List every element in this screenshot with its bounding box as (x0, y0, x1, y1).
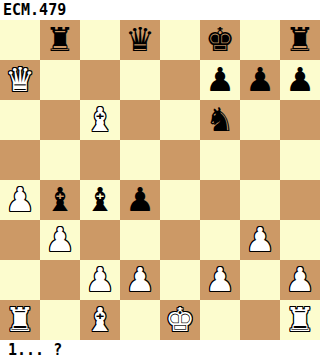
square-g4[interactable] (240, 180, 280, 220)
square-f3[interactable] (200, 220, 240, 260)
piece-white-rook: ♜ (5, 300, 35, 340)
square-e5[interactable] (160, 140, 200, 180)
square-c2[interactable]: ♟ (80, 260, 120, 300)
piece-white-bishop: ♝ (85, 100, 115, 140)
move-prompt: 1... ? (8, 341, 62, 359)
chess-board: ♜♛♚♜♛♟♟♟♝♞♟♝♝♟♟♟♟♟♟♟♜♝♚♜ (0, 20, 320, 340)
square-c8[interactable] (80, 20, 120, 60)
square-e6[interactable] (160, 100, 200, 140)
square-a3[interactable] (0, 220, 40, 260)
square-d3[interactable] (120, 220, 160, 260)
square-g2[interactable] (240, 260, 280, 300)
square-f5[interactable] (200, 140, 240, 180)
square-g5[interactable] (240, 140, 280, 180)
square-d7[interactable] (120, 60, 160, 100)
puzzle-title: ECM.479 (3, 1, 66, 19)
piece-white-bishop: ♝ (85, 300, 115, 340)
square-b6[interactable] (40, 100, 80, 140)
square-c1[interactable]: ♝ (80, 300, 120, 340)
square-e2[interactable] (160, 260, 200, 300)
piece-black-bishop: ♝ (45, 180, 75, 220)
square-a2[interactable] (0, 260, 40, 300)
piece-white-pawn: ♟ (285, 260, 315, 300)
square-d2[interactable]: ♟ (120, 260, 160, 300)
square-f4[interactable] (200, 180, 240, 220)
piece-black-pawn: ♟ (285, 60, 315, 100)
square-f2[interactable]: ♟ (200, 260, 240, 300)
square-b8[interactable]: ♜ (40, 20, 80, 60)
square-e8[interactable] (160, 20, 200, 60)
square-b7[interactable] (40, 60, 80, 100)
square-g3[interactable]: ♟ (240, 220, 280, 260)
square-h7[interactable]: ♟ (280, 60, 320, 100)
square-b2[interactable] (40, 260, 80, 300)
square-h6[interactable] (280, 100, 320, 140)
square-e3[interactable] (160, 220, 200, 260)
piece-black-pawn: ♟ (245, 60, 275, 100)
square-c3[interactable] (80, 220, 120, 260)
piece-white-queen: ♛ (5, 60, 35, 100)
piece-black-knight: ♞ (205, 100, 235, 140)
piece-black-pawn: ♟ (125, 180, 155, 220)
square-c4[interactable]: ♝ (80, 180, 120, 220)
square-h3[interactable] (280, 220, 320, 260)
piece-white-pawn: ♟ (45, 220, 75, 260)
piece-white-king: ♚ (165, 300, 195, 340)
square-c7[interactable] (80, 60, 120, 100)
square-b4[interactable]: ♝ (40, 180, 80, 220)
square-f6[interactable]: ♞ (200, 100, 240, 140)
square-a6[interactable] (0, 100, 40, 140)
square-a4[interactable]: ♟ (0, 180, 40, 220)
piece-white-pawn: ♟ (5, 180, 35, 220)
piece-white-pawn: ♟ (245, 220, 275, 260)
square-h5[interactable] (280, 140, 320, 180)
square-f7[interactable]: ♟ (200, 60, 240, 100)
square-h1[interactable]: ♜ (280, 300, 320, 340)
chess-program-window: ECM.479 ♜♛♚♜♛♟♟♟♝♞♟♝♝♟♟♟♟♟♟♟♜♝♚♜ 1... ? (0, 0, 320, 360)
piece-black-rook: ♜ (45, 20, 75, 60)
square-g8[interactable] (240, 20, 280, 60)
piece-black-queen: ♛ (125, 20, 155, 60)
piece-white-pawn: ♟ (125, 260, 155, 300)
square-e4[interactable] (160, 180, 200, 220)
square-d6[interactable] (120, 100, 160, 140)
piece-black-rook: ♜ (285, 20, 315, 60)
square-g6[interactable] (240, 100, 280, 140)
square-d8[interactable]: ♛ (120, 20, 160, 60)
square-d5[interactable] (120, 140, 160, 180)
square-a7[interactable]: ♛ (0, 60, 40, 100)
square-f8[interactable]: ♚ (200, 20, 240, 60)
square-b3[interactable]: ♟ (40, 220, 80, 260)
square-b5[interactable] (40, 140, 80, 180)
square-c6[interactable]: ♝ (80, 100, 120, 140)
piece-white-rook: ♜ (285, 300, 315, 340)
square-d1[interactable] (120, 300, 160, 340)
piece-black-bishop: ♝ (85, 180, 115, 220)
square-h2[interactable]: ♟ (280, 260, 320, 300)
piece-white-pawn: ♟ (85, 260, 115, 300)
square-a5[interactable] (0, 140, 40, 180)
square-b1[interactable] (40, 300, 80, 340)
square-g1[interactable] (240, 300, 280, 340)
square-h4[interactable] (280, 180, 320, 220)
square-f1[interactable] (200, 300, 240, 340)
square-e7[interactable] (160, 60, 200, 100)
piece-black-pawn: ♟ (205, 60, 235, 100)
square-c5[interactable] (80, 140, 120, 180)
square-d4[interactable]: ♟ (120, 180, 160, 220)
square-a8[interactable] (0, 20, 40, 60)
piece-white-pawn: ♟ (205, 260, 235, 300)
square-a1[interactable]: ♜ (0, 300, 40, 340)
square-h8[interactable]: ♜ (280, 20, 320, 60)
square-g7[interactable]: ♟ (240, 60, 280, 100)
square-e1[interactable]: ♚ (160, 300, 200, 340)
piece-black-king: ♚ (205, 20, 235, 60)
